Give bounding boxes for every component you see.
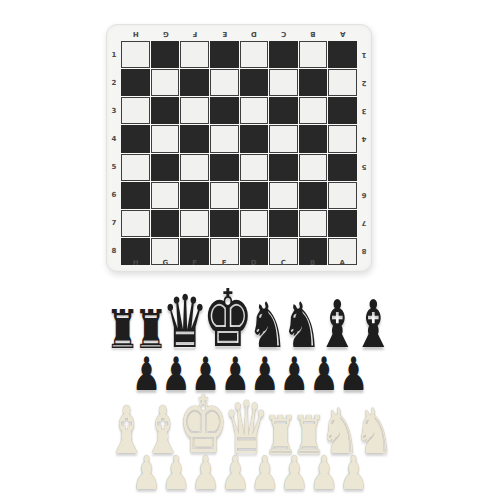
square-d2 xyxy=(240,69,269,96)
square-c2 xyxy=(269,69,298,96)
square-d6 xyxy=(240,182,269,209)
coord-label-3: 3 xyxy=(358,97,370,125)
coord-label-d: D xyxy=(239,258,269,269)
square-b2 xyxy=(299,69,328,96)
square-a6 xyxy=(328,182,357,209)
square-h7 xyxy=(121,210,150,237)
square-g1 xyxy=(151,41,180,68)
coord-label-3: 3 xyxy=(108,97,120,125)
square-b4 xyxy=(299,125,328,152)
square-c6 xyxy=(269,182,298,209)
coord-label-f: F xyxy=(180,28,210,39)
coord-label-1: 1 xyxy=(358,41,370,69)
square-f1 xyxy=(180,41,209,68)
square-a1 xyxy=(328,41,357,68)
square-a2 xyxy=(328,69,357,96)
square-a4 xyxy=(328,125,357,152)
coord-label-1: 1 xyxy=(108,41,120,69)
square-h1 xyxy=(121,41,150,68)
coord-label-6: 6 xyxy=(358,181,370,209)
coord-label-5: 5 xyxy=(108,153,120,181)
black-pawn-piece: ♟ xyxy=(280,351,310,397)
square-e2 xyxy=(210,69,239,96)
square-h3 xyxy=(121,97,150,124)
black-pawn-piece: ♟ xyxy=(132,351,162,397)
coord-label-g: G xyxy=(151,28,181,39)
coord-label-b: B xyxy=(298,258,328,269)
square-c1 xyxy=(269,41,298,68)
square-e1 xyxy=(210,41,239,68)
square-h4 xyxy=(121,125,150,152)
coord-label-h: H xyxy=(121,28,151,39)
square-d5 xyxy=(240,154,269,181)
square-e6 xyxy=(210,182,239,209)
square-g7 xyxy=(151,210,180,237)
coord-label-a: A xyxy=(328,258,358,269)
white-pawn-piece: ♟ xyxy=(220,450,250,496)
square-c3 xyxy=(269,97,298,124)
square-f2 xyxy=(180,69,209,96)
square-g6 xyxy=(151,182,180,209)
coord-label-c: C xyxy=(269,258,299,269)
black-pawn-piece: ♟ xyxy=(339,351,369,397)
white-pawn-piece: ♟ xyxy=(250,450,280,496)
coord-label-8: 8 xyxy=(108,237,120,265)
square-f4 xyxy=(180,125,209,152)
square-a7 xyxy=(328,210,357,237)
coord-label-4: 4 xyxy=(358,125,370,153)
coord-label-d: D xyxy=(239,28,269,39)
coord-label-e: E xyxy=(210,258,240,269)
square-g3 xyxy=(151,97,180,124)
square-b5 xyxy=(299,154,328,181)
board-grid xyxy=(121,41,357,265)
square-b6 xyxy=(299,182,328,209)
square-f6 xyxy=(180,182,209,209)
coord-label-7: 7 xyxy=(108,209,120,237)
product-photo: HGFEDCBA 12345678 12345678 HGFEDCBA ♜♜♛♚… xyxy=(0,0,500,500)
square-h5 xyxy=(121,154,150,181)
coord-label-h: H xyxy=(121,258,151,269)
coord-label-f: F xyxy=(180,258,210,269)
square-c5 xyxy=(269,154,298,181)
square-f5 xyxy=(180,154,209,181)
square-b3 xyxy=(299,97,328,124)
square-f7 xyxy=(180,210,209,237)
square-c7 xyxy=(269,210,298,237)
square-d3 xyxy=(240,97,269,124)
coord-label-2: 2 xyxy=(358,69,370,97)
white-pawn-piece: ♟ xyxy=(309,450,339,496)
coord-label-e: E xyxy=(210,28,240,39)
square-c4 xyxy=(269,125,298,152)
white-pawn-piece: ♟ xyxy=(280,450,310,496)
coord-label-4: 4 xyxy=(108,125,120,153)
white-pawn-piece: ♟ xyxy=(339,450,369,496)
square-h2 xyxy=(121,69,150,96)
square-e4 xyxy=(210,125,239,152)
coord-label-7: 7 xyxy=(358,209,370,237)
square-g2 xyxy=(151,69,180,96)
square-a3 xyxy=(328,97,357,124)
files-bottom: HGFEDCBA xyxy=(121,258,357,269)
coord-label-g: G xyxy=(151,258,181,269)
square-b1 xyxy=(299,41,328,68)
ranks-left: 12345678 xyxy=(108,41,120,265)
ranks-right: 12345678 xyxy=(358,41,370,265)
square-d7 xyxy=(240,210,269,237)
coord-label-2: 2 xyxy=(108,69,120,97)
white-pawn-piece: ♟ xyxy=(132,450,162,496)
coord-label-b: B xyxy=(298,28,328,39)
square-d1 xyxy=(240,41,269,68)
square-d4 xyxy=(240,125,269,152)
square-e7 xyxy=(210,210,239,237)
square-g5 xyxy=(151,154,180,181)
square-h6 xyxy=(121,182,150,209)
square-f3 xyxy=(180,97,209,124)
white-pawns: ♟♟♟♟♟♟♟♟ xyxy=(0,463,500,496)
coord-label-5: 5 xyxy=(358,153,370,181)
coord-label-6: 6 xyxy=(108,181,120,209)
square-g4 xyxy=(151,125,180,152)
square-b7 xyxy=(299,210,328,237)
square-e3 xyxy=(210,97,239,124)
files-top: HGFEDCBA xyxy=(121,28,357,39)
square-e5 xyxy=(210,154,239,181)
chess-mat: HGFEDCBA 12345678 12345678 HGFEDCBA xyxy=(106,24,372,272)
coord-label-8: 8 xyxy=(358,237,370,265)
white-pawn-piece: ♟ xyxy=(161,450,191,496)
black-pawn-piece: ♟ xyxy=(309,351,339,397)
white-pawn-piece: ♟ xyxy=(191,450,221,496)
coord-label-c: C xyxy=(269,28,299,39)
coord-label-a: A xyxy=(328,28,358,39)
square-a5 xyxy=(328,154,357,181)
